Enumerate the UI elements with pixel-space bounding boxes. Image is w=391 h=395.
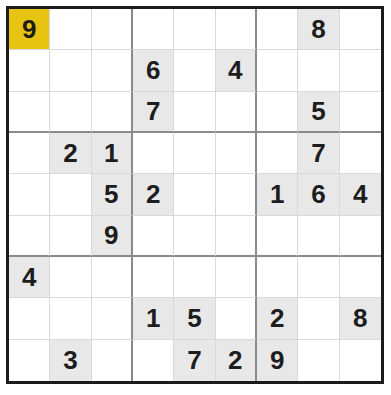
cell-r8c8[interactable] — [298, 298, 339, 339]
cell-r6c8[interactable] — [298, 216, 339, 257]
cell-r5c7[interactable]: 1 — [257, 174, 298, 215]
cell-r4c2[interactable]: 2 — [50, 133, 91, 174]
cell-r1c7[interactable] — [257, 9, 298, 50]
cell-r5c2[interactable] — [50, 174, 91, 215]
cell-r7c6[interactable] — [216, 257, 257, 298]
cell-r3c4[interactable]: 7 — [133, 92, 174, 133]
cell-r4c3[interactable]: 1 — [92, 133, 133, 174]
cell-r2c7[interactable] — [257, 50, 298, 91]
cell-r5c1[interactable] — [9, 174, 50, 215]
cell-r1c9[interactable] — [340, 9, 381, 50]
cell-r8c4[interactable]: 1 — [133, 298, 174, 339]
cell-r1c1[interactable]: 9 — [9, 9, 50, 50]
cell-r2c3[interactable] — [92, 50, 133, 91]
cell-r6c7[interactable] — [257, 216, 298, 257]
cell-r8c3[interactable] — [92, 298, 133, 339]
cell-r4c4[interactable] — [133, 133, 174, 174]
cell-r6c1[interactable] — [9, 216, 50, 257]
cell-r3c5[interactable] — [174, 92, 215, 133]
cell-r1c3[interactable] — [92, 9, 133, 50]
cell-r6c3[interactable]: 9 — [92, 216, 133, 257]
cell-r5c4[interactable]: 2 — [133, 174, 174, 215]
cell-r8c9[interactable]: 8 — [340, 298, 381, 339]
cell-r9c7[interactable]: 9 — [257, 340, 298, 381]
cell-r3c7[interactable] — [257, 92, 298, 133]
cell-r2c2[interactable] — [50, 50, 91, 91]
cell-r1c4[interactable] — [133, 9, 174, 50]
cell-r4c1[interactable] — [9, 133, 50, 174]
cell-r2c1[interactable] — [9, 50, 50, 91]
sudoku-board: 986475217521649415283729 — [6, 6, 384, 384]
cell-r9c1[interactable] — [9, 340, 50, 381]
cell-r3c8[interactable]: 5 — [298, 92, 339, 133]
cell-r1c2[interactable] — [50, 9, 91, 50]
cell-r7c9[interactable] — [340, 257, 381, 298]
cell-r3c2[interactable] — [50, 92, 91, 133]
cell-r8c6[interactable] — [216, 298, 257, 339]
cell-r9c9[interactable] — [340, 340, 381, 381]
cell-r1c5[interactable] — [174, 9, 215, 50]
cell-r7c3[interactable] — [92, 257, 133, 298]
cell-r3c3[interactable] — [92, 92, 133, 133]
cell-r5c8[interactable]: 6 — [298, 174, 339, 215]
cell-r5c6[interactable] — [216, 174, 257, 215]
cell-r6c2[interactable] — [50, 216, 91, 257]
cell-r4c6[interactable] — [216, 133, 257, 174]
cell-r7c8[interactable] — [298, 257, 339, 298]
cell-r8c1[interactable] — [9, 298, 50, 339]
cell-r6c5[interactable] — [174, 216, 215, 257]
cell-r7c2[interactable] — [50, 257, 91, 298]
cell-r7c4[interactable] — [133, 257, 174, 298]
cell-r3c1[interactable] — [9, 92, 50, 133]
cell-r8c7[interactable]: 2 — [257, 298, 298, 339]
cell-r7c7[interactable] — [257, 257, 298, 298]
cell-r8c5[interactable]: 5 — [174, 298, 215, 339]
cell-r5c9[interactable]: 4 — [340, 174, 381, 215]
cell-r6c4[interactable] — [133, 216, 174, 257]
cell-r9c2[interactable]: 3 — [50, 340, 91, 381]
cell-r6c9[interactable] — [340, 216, 381, 257]
cell-r4c9[interactable] — [340, 133, 381, 174]
cell-r9c4[interactable] — [133, 340, 174, 381]
cell-r2c4[interactable]: 6 — [133, 50, 174, 91]
cell-r3c9[interactable] — [340, 92, 381, 133]
cell-r6c6[interactable] — [216, 216, 257, 257]
cell-r9c6[interactable]: 2 — [216, 340, 257, 381]
cell-r3c6[interactable] — [216, 92, 257, 133]
cell-r9c3[interactable] — [92, 340, 133, 381]
cell-r5c5[interactable] — [174, 174, 215, 215]
cell-r9c8[interactable] — [298, 340, 339, 381]
cell-r1c6[interactable] — [216, 9, 257, 50]
cell-r1c8[interactable]: 8 — [298, 9, 339, 50]
cell-r4c5[interactable] — [174, 133, 215, 174]
cell-r7c1[interactable]: 4 — [9, 257, 50, 298]
cell-r5c3[interactable]: 5 — [92, 174, 133, 215]
cell-r4c7[interactable] — [257, 133, 298, 174]
cell-r7c5[interactable] — [174, 257, 215, 298]
cell-r9c5[interactable]: 7 — [174, 340, 215, 381]
cell-r2c8[interactable] — [298, 50, 339, 91]
cell-r2c9[interactable] — [340, 50, 381, 91]
cell-r8c2[interactable] — [50, 298, 91, 339]
cell-r4c8[interactable]: 7 — [298, 133, 339, 174]
cell-r2c5[interactable] — [174, 50, 215, 91]
cell-r2c6[interactable]: 4 — [216, 50, 257, 91]
